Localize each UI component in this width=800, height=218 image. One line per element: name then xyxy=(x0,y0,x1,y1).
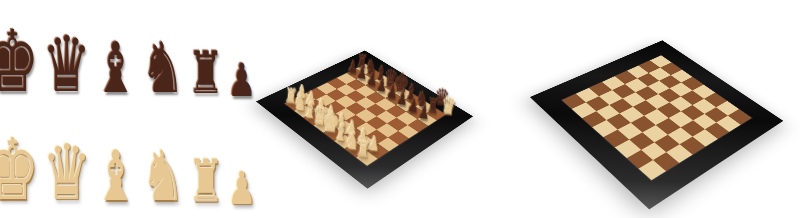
middle-board-grid: ♜♞♝♛♚♝♞♜♟♟♟♟♟♟♟♟♟♟♟♟♟♟♟♟♜♞♝♛♚♝♞♜ xyxy=(284,64,446,166)
light-knight-piece: ♞ xyxy=(141,142,185,212)
light-queen-piece: ♛ xyxy=(43,135,91,212)
right-board-grid xyxy=(562,55,752,180)
light-king-piece: ♚ xyxy=(0,127,40,212)
chess-set-product-photo: ♚♛♝♞♜♟ ♚♛♝♞♜♟ ♜♞♝♛♚♝♞♜♟♟♟♟♟♟♟♟♟♟♟♟♟♟♟♟♜♞… xyxy=(0,0,800,218)
dark-bishop-piece: ♝ xyxy=(94,34,138,104)
middle-board: ♜♞♝♛♚♝♞♜♟♟♟♟♟♟♟♟♟♟♟♟♟♟♟♟♜♞♝♛♚♝♞♜ ♛ ♛ xyxy=(256,50,473,188)
dark-rook-piece: ♜ xyxy=(188,45,225,103)
right-board xyxy=(530,40,783,209)
square-d5 xyxy=(356,97,376,109)
light-bishop-piece: ♝ xyxy=(94,142,138,212)
dark-pawn-piece: ♟ xyxy=(418,104,431,123)
dark-queen-piece: ♛ xyxy=(43,27,91,104)
light-piece-lineup: ♚♛♝♞♜♟ xyxy=(2,114,240,210)
spare-light-queen-piece: ♛ xyxy=(440,94,458,119)
dark-piece-lineup: ♚♛♝♞♜♟ xyxy=(2,6,240,102)
square-b3 xyxy=(599,90,622,105)
piece-lineups: ♚♛♝♞♜♟ ♚♛♝♞♜♟ xyxy=(0,0,240,218)
square-d1 xyxy=(592,120,617,137)
light-rook-piece: ♜ xyxy=(355,138,372,162)
dark-king-piece: ♚ xyxy=(0,19,40,104)
right-board-wrapper xyxy=(518,0,796,218)
middle-board-wrapper: ♜♞♝♛♚♝♞♜♟♟♟♟♟♟♟♟♟♟♟♟♟♟♟♟♜♞♝♛♚♝♞♜ ♛ ♛ xyxy=(232,0,500,218)
light-rook-piece: ♜ xyxy=(188,153,225,211)
dark-knight-piece: ♞ xyxy=(141,34,185,104)
